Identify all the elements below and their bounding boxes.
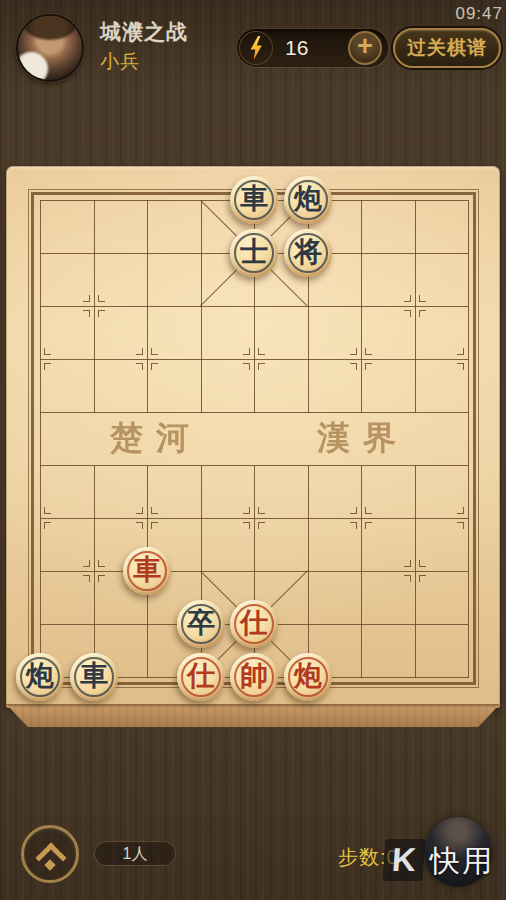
lightning-bolt-icon: [248, 36, 265, 60]
piece-glyph: 将: [294, 233, 322, 271]
star-point-mark: [404, 310, 411, 317]
star-point-mark: [136, 507, 143, 514]
app-screen: 城濮之战 小兵 16 + 过关棋谱 09:47 楚河 漢界 車炮士将車卒仕炮車仕…: [0, 0, 506, 900]
battle-title: 城濮之战: [100, 18, 188, 46]
star-point-mark: [98, 560, 105, 567]
piece-red-4-9[interactable]: 帥: [230, 653, 278, 701]
star-point-mark: [350, 507, 357, 514]
star-point-mark: [83, 560, 90, 567]
star-point-mark: [365, 348, 372, 355]
board-grid[interactable]: 楚河 漢界 車炮士将車卒仕炮車仕帥炮: [40, 200, 468, 678]
piece-black-1-9[interactable]: 車: [70, 653, 118, 701]
star-point-mark: [365, 363, 372, 370]
star-point-mark: [243, 507, 250, 514]
star-point-mark: [136, 348, 143, 355]
grid-line: [147, 200, 148, 413]
xiangqi-board: 楚河 漢界 車炮士将車卒仕炮車仕帥炮: [6, 166, 500, 708]
grid-line: [94, 465, 95, 678]
piece-red-5-9[interactable]: 炮: [284, 653, 332, 701]
piece-glyph: 卒: [187, 604, 215, 642]
star-point-mark: [457, 507, 464, 514]
grid-line: [415, 465, 416, 678]
piece-black-4-0[interactable]: 車: [230, 176, 278, 224]
star-point-mark: [151, 522, 158, 529]
piece-glyph: 炮: [294, 657, 322, 695]
star-point-mark: [243, 348, 250, 355]
player-avatar[interactable]: [16, 14, 84, 82]
player-rank: 小兵: [100, 49, 140, 75]
piece-red-4-8[interactable]: 仕: [230, 600, 278, 648]
online-players-badge: 1人: [94, 841, 176, 866]
grid-line: [361, 200, 362, 413]
piece-glyph: 帥: [240, 657, 268, 695]
expand-button[interactable]: [21, 825, 79, 883]
star-point-mark: [243, 522, 250, 529]
grid-line: [308, 465, 309, 678]
star-point-mark: [136, 363, 143, 370]
star-point-mark: [83, 310, 90, 317]
kuaiyong-watermark: 快用: [430, 841, 494, 882]
river-label-right: 漢界: [317, 414, 409, 462]
star-point-mark: [350, 522, 357, 529]
piece-glyph: 炮: [294, 180, 322, 218]
star-point-mark: [44, 363, 51, 370]
piece-glyph: 車: [240, 180, 268, 218]
puzzle-records-button[interactable]: 过关棋谱: [393, 28, 501, 68]
piece-black-3-8[interactable]: 卒: [177, 600, 225, 648]
piece-glyph: 士: [240, 233, 268, 271]
star-point-mark: [151, 507, 158, 514]
star-point-mark: [457, 522, 464, 529]
grid-line: [40, 200, 41, 678]
star-point-mark: [98, 295, 105, 302]
board-front-edge: [6, 704, 500, 727]
piece-glyph: 車: [80, 657, 108, 695]
star-point-mark: [258, 348, 265, 355]
star-point-mark: [258, 522, 265, 529]
star-point-mark: [98, 310, 105, 317]
piece-red-3-9[interactable]: 仕: [177, 653, 225, 701]
star-point-mark: [365, 522, 372, 529]
star-point-mark: [419, 310, 426, 317]
piece-black-5-0[interactable]: 炮: [284, 176, 332, 224]
piece-red-2-7[interactable]: 車: [123, 547, 171, 595]
star-point-mark: [151, 363, 158, 370]
grid-line: [415, 200, 416, 413]
star-point-mark: [44, 507, 51, 514]
star-point-mark: [419, 560, 426, 567]
grid-line: [201, 200, 202, 413]
star-point-mark: [98, 575, 105, 582]
star-point-mark: [83, 575, 90, 582]
star-point-mark: [136, 522, 143, 529]
star-point-mark: [44, 522, 51, 529]
star-point-mark: [350, 363, 357, 370]
piece-black-0-9[interactable]: 炮: [16, 653, 64, 701]
star-point-mark: [365, 507, 372, 514]
system-clock: 09:47: [455, 4, 503, 24]
grid-line: [468, 200, 469, 678]
river-label-left: 楚河: [110, 414, 202, 462]
piece-black-4-1[interactable]: 士: [230, 229, 278, 277]
star-point-mark: [457, 363, 464, 370]
lightning-icon: [239, 31, 273, 65]
star-point-mark: [404, 575, 411, 582]
piece-glyph: 炮: [26, 657, 54, 695]
add-energy-button[interactable]: +: [348, 31, 382, 65]
star-point-mark: [350, 348, 357, 355]
piece-glyph: 仕: [240, 604, 268, 642]
star-point-mark: [243, 363, 250, 370]
piece-glyph: 仕: [187, 657, 215, 695]
energy-count: 16: [285, 36, 308, 60]
step-counter-label: 步数: [338, 846, 380, 868]
star-point-mark: [83, 295, 90, 302]
star-point-mark: [404, 295, 411, 302]
star-point-mark: [151, 348, 158, 355]
grid-line: [94, 200, 95, 413]
star-point-mark: [44, 348, 51, 355]
star-point-mark: [404, 560, 411, 567]
star-point-mark: [419, 575, 426, 582]
piece-glyph: 車: [133, 551, 161, 589]
star-point-mark: [457, 348, 464, 355]
star-point-mark: [419, 295, 426, 302]
grid-line: [361, 465, 362, 678]
star-point-mark: [258, 507, 265, 514]
piece-black-5-1[interactable]: 将: [284, 229, 332, 277]
star-point-mark: [258, 363, 265, 370]
kuaiyong-logo-icon: K: [383, 839, 426, 881]
